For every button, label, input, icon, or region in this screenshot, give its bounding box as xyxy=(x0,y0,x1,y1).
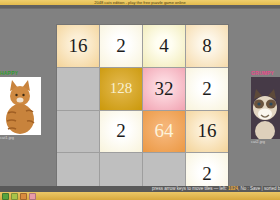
tile-128-r2c2: 128 xyxy=(100,68,142,110)
status-text: , No : Save | sorted by xyxy=(238,186,280,191)
taskbar xyxy=(0,192,280,200)
right-cat-photo xyxy=(251,77,280,139)
status-text: press arrow keys to move tiles — left: xyxy=(152,186,228,191)
empty-cell-r2c1 xyxy=(57,68,99,110)
lime-app-icon[interactable] xyxy=(11,193,18,200)
tile-32-r2c3: 32 xyxy=(143,68,185,110)
tile-2-r2c4: 2 xyxy=(186,68,228,110)
empty-cell-r3c1 xyxy=(57,111,99,153)
pink-app-icon[interactable] xyxy=(29,193,36,200)
left-cat-photo xyxy=(0,77,41,135)
right-photo-caption: cat2.jpg xyxy=(251,139,280,144)
tile-4-r1c3: 4 xyxy=(143,25,185,67)
tile-8-r1c4: 8 xyxy=(186,25,228,67)
2048-board[interactable]: 16248128322264162 xyxy=(56,24,229,196)
left-player-panel: HAPPY cat1.jpg xyxy=(0,70,41,140)
orange-app-icon[interactable] xyxy=(20,193,27,200)
right-player-panel: GRUMPY cat2.jpg xyxy=(251,70,280,144)
tile-16-r3c4: 16 xyxy=(186,111,228,153)
left-player-label: HAPPY xyxy=(0,70,41,77)
tabby-cat-icon xyxy=(0,77,41,135)
tile-2-r3c2: 2 xyxy=(100,111,142,153)
tile-2-r1c2: 2 xyxy=(100,25,142,67)
green-app-icon[interactable] xyxy=(2,193,9,200)
game-background: 16248128322264162 HAPPY cat1.jpg GRUMPY xyxy=(0,9,280,186)
status-highlight[interactable]: 1024 xyxy=(228,186,238,191)
left-photo-caption: cat1.jpg xyxy=(0,135,41,140)
tile-16-r1c1: 16 xyxy=(57,25,99,67)
right-player-label: GRUMPY xyxy=(251,70,280,77)
grumpy-cat-icon xyxy=(251,77,280,139)
tile-64-r3c3: 64 xyxy=(143,111,185,153)
